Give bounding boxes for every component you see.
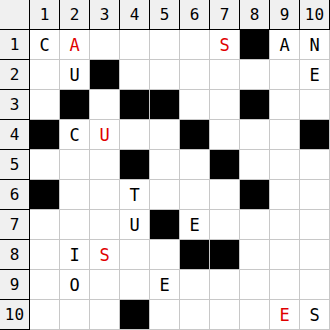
cell-r5c1[interactable] bbox=[30, 150, 60, 180]
cell-r1c7[interactable]: S bbox=[210, 30, 240, 60]
cell-r3c9[interactable] bbox=[270, 90, 300, 120]
block-cell-r7c5 bbox=[150, 210, 180, 240]
cell-r4c8[interactable] bbox=[240, 120, 270, 150]
cell-r10c9[interactable]: E bbox=[270, 300, 300, 330]
row-header-3: 3 bbox=[0, 90, 30, 120]
cell-r7c4[interactable]: U bbox=[120, 210, 150, 240]
cell-r7c10[interactable] bbox=[300, 210, 330, 240]
cell-r9c3[interactable] bbox=[90, 270, 120, 300]
block-cell-r6c1 bbox=[30, 180, 60, 210]
cell-r10c3[interactable] bbox=[90, 300, 120, 330]
cell-r8c5[interactable] bbox=[150, 240, 180, 270]
cell-r9c9[interactable] bbox=[270, 270, 300, 300]
cell-r7c7[interactable] bbox=[210, 210, 240, 240]
cell-r1c5[interactable] bbox=[150, 30, 180, 60]
block-cell-r4c10 bbox=[300, 120, 330, 150]
block-cell-r10c4 bbox=[120, 300, 150, 330]
col-header-6: 6 bbox=[180, 0, 210, 30]
cell-r6c7[interactable] bbox=[210, 180, 240, 210]
cell-r8c9[interactable] bbox=[270, 240, 300, 270]
cell-r9c4[interactable] bbox=[120, 270, 150, 300]
block-cell-r2c3 bbox=[90, 60, 120, 90]
cell-r5c8[interactable] bbox=[240, 150, 270, 180]
cell-r1c1[interactable]: C bbox=[30, 30, 60, 60]
cell-r5c6[interactable] bbox=[180, 150, 210, 180]
cell-r9c2[interactable]: O bbox=[60, 270, 90, 300]
cell-r7c1[interactable] bbox=[30, 210, 60, 240]
cell-r3c7[interactable] bbox=[210, 90, 240, 120]
cell-r6c2[interactable] bbox=[60, 180, 90, 210]
col-header-7: 7 bbox=[210, 0, 240, 30]
cell-r4c5[interactable] bbox=[150, 120, 180, 150]
cell-r7c3[interactable] bbox=[90, 210, 120, 240]
cell-r1c3[interactable] bbox=[90, 30, 120, 60]
cell-r1c2[interactable]: A bbox=[60, 30, 90, 60]
col-header-8: 8 bbox=[240, 0, 270, 30]
cell-r6c5[interactable] bbox=[150, 180, 180, 210]
col-header-10: 10 bbox=[300, 0, 330, 30]
row-header-10: 10 bbox=[0, 300, 30, 330]
cell-r4c3[interactable]: U bbox=[90, 120, 120, 150]
cell-r2c10[interactable]: E bbox=[300, 60, 330, 90]
block-cell-r5c4 bbox=[120, 150, 150, 180]
block-cell-r3c4 bbox=[120, 90, 150, 120]
cell-r2c7[interactable] bbox=[210, 60, 240, 90]
corner-cell bbox=[0, 0, 30, 30]
cell-r6c9[interactable] bbox=[270, 180, 300, 210]
col-header-4: 4 bbox=[120, 0, 150, 30]
cell-r9c10[interactable] bbox=[300, 270, 330, 300]
cell-r6c6[interactable] bbox=[180, 180, 210, 210]
block-cell-r5c7 bbox=[210, 150, 240, 180]
cell-r8c4[interactable] bbox=[120, 240, 150, 270]
row-header-5: 5 bbox=[0, 150, 30, 180]
block-cell-r3c5 bbox=[150, 90, 180, 120]
block-cell-r3c8 bbox=[240, 90, 270, 120]
cell-r2c8[interactable] bbox=[240, 60, 270, 90]
cell-r9c6[interactable] bbox=[180, 270, 210, 300]
cell-r9c8[interactable] bbox=[240, 270, 270, 300]
cell-r4c9[interactable] bbox=[270, 120, 300, 150]
cell-r1c6[interactable] bbox=[180, 30, 210, 60]
cell-r5c2[interactable] bbox=[60, 150, 90, 180]
cell-r5c3[interactable] bbox=[90, 150, 120, 180]
cell-r7c9[interactable] bbox=[270, 210, 300, 240]
cell-r7c6[interactable]: E bbox=[180, 210, 210, 240]
cell-r5c9[interactable] bbox=[270, 150, 300, 180]
block-cell-r8c7 bbox=[210, 240, 240, 270]
cell-r2c5[interactable] bbox=[150, 60, 180, 90]
cell-r4c7[interactable] bbox=[210, 120, 240, 150]
cell-r7c8[interactable] bbox=[240, 210, 270, 240]
cell-r1c4[interactable] bbox=[120, 30, 150, 60]
cell-r3c3[interactable] bbox=[90, 90, 120, 120]
crossword-board: 123456789101CASAN2UE34CU56T7UE8IS9OE10ES bbox=[0, 0, 330, 330]
block-cell-r3c2 bbox=[60, 90, 90, 120]
cell-r2c9[interactable] bbox=[270, 60, 300, 90]
row-header-9: 9 bbox=[0, 270, 30, 300]
block-cell-r6c8 bbox=[240, 180, 270, 210]
row-header-1: 1 bbox=[0, 30, 30, 60]
col-header-1: 1 bbox=[30, 0, 60, 30]
row-header-7: 7 bbox=[0, 210, 30, 240]
cell-r8c3[interactable]: S bbox=[90, 240, 120, 270]
cell-r10c7[interactable] bbox=[210, 300, 240, 330]
cell-r8c2[interactable]: I bbox=[60, 240, 90, 270]
col-header-9: 9 bbox=[270, 0, 300, 30]
cell-r8c1[interactable] bbox=[30, 240, 60, 270]
col-header-3: 3 bbox=[90, 0, 120, 30]
cell-r5c5[interactable] bbox=[150, 150, 180, 180]
block-cell-r8c6 bbox=[180, 240, 210, 270]
cell-r9c7[interactable] bbox=[210, 270, 240, 300]
cell-r10c8[interactable] bbox=[240, 300, 270, 330]
cell-r5c10[interactable] bbox=[300, 150, 330, 180]
block-cell-r1c8 bbox=[240, 30, 270, 60]
block-cell-r4c1 bbox=[30, 120, 60, 150]
cell-r10c2[interactable] bbox=[60, 300, 90, 330]
cell-r4c4[interactable] bbox=[120, 120, 150, 150]
cell-r10c10[interactable]: S bbox=[300, 300, 330, 330]
row-header-6: 6 bbox=[0, 180, 30, 210]
cell-r3c10[interactable] bbox=[300, 90, 330, 120]
cell-r10c1[interactable] bbox=[30, 300, 60, 330]
cell-r1c9[interactable]: A bbox=[270, 30, 300, 60]
cell-r2c6[interactable] bbox=[180, 60, 210, 90]
row-header-2: 2 bbox=[0, 60, 30, 90]
cell-r7c2[interactable] bbox=[60, 210, 90, 240]
cell-r10c6[interactable] bbox=[180, 300, 210, 330]
cell-r6c3[interactable] bbox=[90, 180, 120, 210]
cell-r2c2[interactable]: U bbox=[60, 60, 90, 90]
row-header-4: 4 bbox=[0, 120, 30, 150]
cell-r9c1[interactable] bbox=[30, 270, 60, 300]
cell-r6c4[interactable]: T bbox=[120, 180, 150, 210]
block-cell-r4c6 bbox=[180, 120, 210, 150]
cell-r8c10[interactable] bbox=[300, 240, 330, 270]
row-header-8: 8 bbox=[0, 240, 30, 270]
cell-r2c4[interactable] bbox=[120, 60, 150, 90]
cell-r3c1[interactable] bbox=[30, 90, 60, 120]
col-header-5: 5 bbox=[150, 0, 180, 30]
cell-r10c5[interactable] bbox=[150, 300, 180, 330]
col-header-2: 2 bbox=[60, 0, 90, 30]
cell-r8c8[interactable] bbox=[240, 240, 270, 270]
cell-r2c1[interactable] bbox=[30, 60, 60, 90]
cell-r4c2[interactable]: C bbox=[60, 120, 90, 150]
cell-r6c10[interactable] bbox=[300, 180, 330, 210]
cell-r3c6[interactable] bbox=[180, 90, 210, 120]
cell-r1c10[interactable]: N bbox=[300, 30, 330, 60]
cell-r9c5[interactable]: E bbox=[150, 270, 180, 300]
